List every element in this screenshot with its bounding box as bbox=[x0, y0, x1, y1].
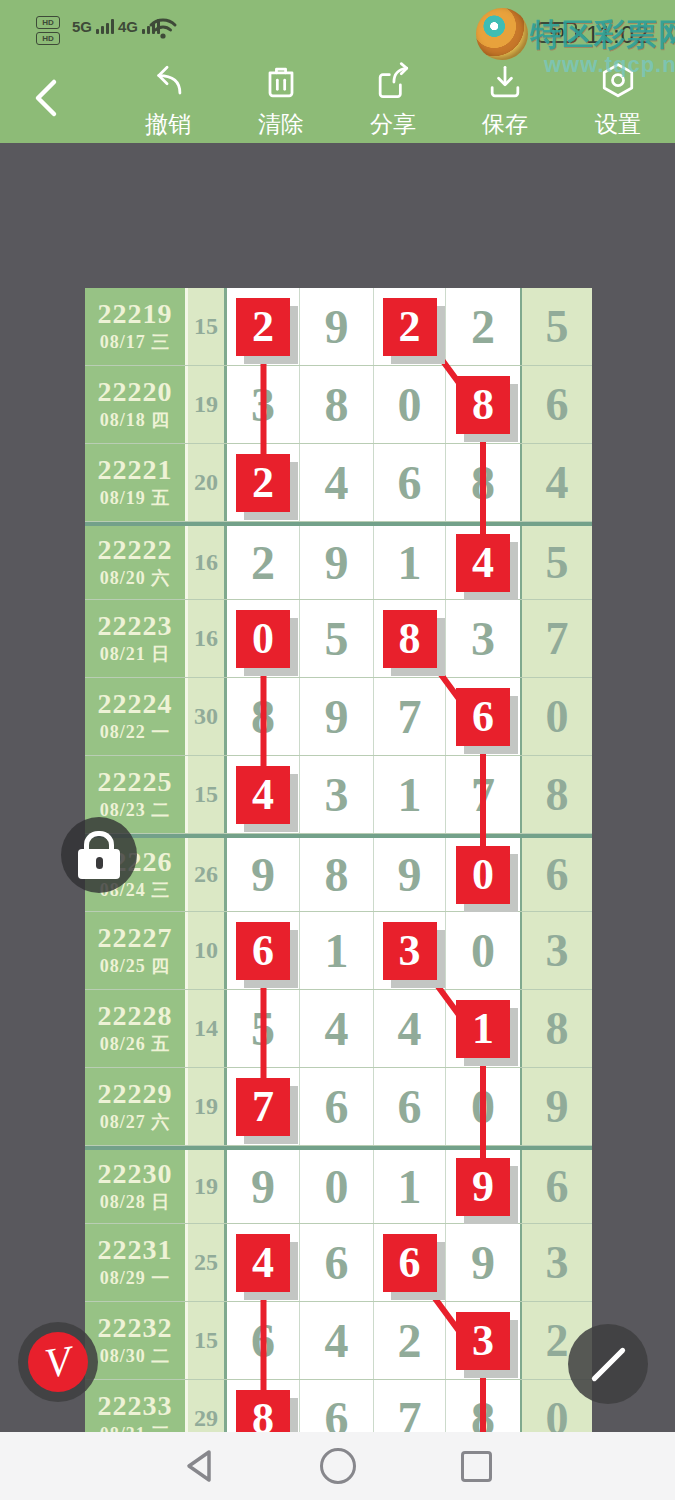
issue-date: 08/26 五 bbox=[100, 1032, 171, 1056]
digit-cell[interactable]: 0 bbox=[300, 1150, 374, 1223]
signal-bars-icon bbox=[96, 18, 114, 34]
toolbar-label: 设置 bbox=[595, 109, 641, 140]
issue-cell: 2222808/26 五 bbox=[85, 990, 188, 1067]
nav-back-icon[interactable] bbox=[183, 1448, 215, 1484]
nav-home-icon[interactable] bbox=[320, 1448, 356, 1484]
toolbar-label: 清除 bbox=[258, 109, 304, 140]
count-cell: 19 bbox=[188, 366, 227, 443]
digit-cell[interactable]: 4 bbox=[300, 1302, 374, 1379]
nav-recents-icon[interactable] bbox=[461, 1451, 492, 1482]
digit-cell[interactable]: 0 bbox=[227, 600, 300, 677]
android-navbar bbox=[0, 1432, 675, 1500]
issue-number: 22231 bbox=[98, 1235, 173, 1266]
toolbar: 撤销 清除 分享 保存 bbox=[0, 58, 675, 143]
issue-number: 22228 bbox=[98, 1001, 173, 1032]
digit-cell[interactable]: 1 bbox=[446, 990, 522, 1067]
digit-cell[interactable]: 6 bbox=[227, 1302, 300, 1379]
toolbar-label: 撤销 bbox=[145, 109, 191, 140]
digit-cell[interactable]: 8 bbox=[446, 444, 522, 521]
digit-cell[interactable]: 5 bbox=[227, 990, 300, 1067]
digit-cell[interactable]: 8 bbox=[446, 366, 522, 443]
issue-number: 22225 bbox=[98, 767, 173, 798]
count-cell: 19 bbox=[188, 1150, 227, 1223]
hit-box[interactable]: 6 bbox=[236, 922, 290, 980]
settings-button[interactable]: 设置 bbox=[573, 60, 663, 140]
chart-row: 2223008/28 日1990196 bbox=[85, 1146, 592, 1224]
hd-badges: HD HD bbox=[36, 16, 60, 45]
digit-cell[interactable]: 9 bbox=[300, 526, 374, 599]
hit-box[interactable]: 4 bbox=[236, 766, 290, 824]
back-button[interactable] bbox=[26, 76, 66, 120]
issue-number: 22221 bbox=[98, 455, 173, 486]
digit-cell[interactable]: 4 bbox=[227, 756, 300, 833]
issue-date: 08/21 日 bbox=[100, 642, 171, 666]
digit-cell[interactable]: 7 bbox=[446, 756, 522, 833]
digit-cell[interactable]: 2 bbox=[446, 288, 522, 365]
last-digit-cell: 3 bbox=[522, 1224, 592, 1301]
digit-cell[interactable]: 3 bbox=[227, 366, 300, 443]
issue-number: 22230 bbox=[98, 1159, 173, 1190]
digit-cell[interactable]: 4 bbox=[227, 1224, 300, 1301]
count-cell: 14 bbox=[188, 990, 227, 1067]
digit-cell[interactable]: 6 bbox=[446, 678, 522, 755]
issue-number: 22220 bbox=[98, 377, 173, 408]
chart-row: 2223108/29 一2546693 bbox=[85, 1224, 592, 1302]
issue-date: 08/20 六 bbox=[100, 566, 171, 590]
undo-button[interactable]: 撤销 bbox=[123, 60, 213, 140]
issue-cell: 2222008/18 四 bbox=[85, 366, 188, 443]
share-icon bbox=[371, 60, 415, 104]
last-digit-cell: 4 bbox=[522, 444, 592, 521]
share-button[interactable]: 分享 bbox=[348, 60, 438, 140]
chart-row: 2222408/22 一3089760 bbox=[85, 678, 592, 756]
issue-number: 22222 bbox=[98, 535, 173, 566]
digit-cell[interactable]: 0 bbox=[446, 912, 522, 989]
digit-cell[interactable]: 1 bbox=[374, 1150, 446, 1223]
digit-cell[interactable]: 2 bbox=[374, 1302, 446, 1379]
hit-box[interactable]: 7 bbox=[236, 1078, 290, 1136]
last-digit-cell: 7 bbox=[522, 600, 592, 677]
clear-button[interactable]: 清除 bbox=[236, 60, 326, 140]
hit-box[interactable]: 9 bbox=[456, 1158, 510, 1216]
last-digit-cell: 3 bbox=[522, 912, 592, 989]
digit-cell[interactable]: 9 bbox=[446, 1224, 522, 1301]
signal-5g: 5G bbox=[72, 18, 114, 34]
digit-cell[interactable]: 3 bbox=[300, 756, 374, 833]
digit-cell[interactable]: 8 bbox=[374, 600, 446, 677]
chart-row: 2222708/25 四1061303 bbox=[85, 912, 592, 990]
issue-date: 08/22 一 bbox=[100, 720, 171, 744]
digit-cell[interactable]: 3 bbox=[446, 1302, 522, 1379]
settings-icon bbox=[596, 60, 640, 104]
battery-icon: 90 bbox=[537, 22, 577, 43]
last-digit-cell: 6 bbox=[522, 1150, 592, 1223]
digit-cell[interactable]: 0 bbox=[374, 366, 446, 443]
count-cell: 16 bbox=[188, 526, 227, 599]
count-cell: 15 bbox=[188, 1302, 227, 1379]
digit-cell[interactable]: 9 bbox=[446, 1150, 522, 1223]
digit-cell[interactable]: 4 bbox=[374, 990, 446, 1067]
digit-cell[interactable]: 9 bbox=[300, 678, 374, 755]
issue-date: 08/17 三 bbox=[100, 330, 171, 354]
issue-cell: 2222108/19 五 bbox=[85, 444, 188, 521]
hit-box[interactable]: 0 bbox=[236, 610, 290, 668]
chart-row: 2222308/21 日1605837 bbox=[85, 600, 592, 678]
digit-cell[interactable]: 4 bbox=[300, 444, 374, 521]
hit-box[interactable]: 2 bbox=[236, 454, 290, 512]
lock-button[interactable] bbox=[61, 817, 137, 893]
count-cell: 19 bbox=[188, 1068, 227, 1145]
issue-date: 08/27 六 bbox=[100, 1110, 171, 1134]
confirm-draw-button[interactable]: V bbox=[18, 1322, 98, 1402]
check-icon: V bbox=[28, 1332, 88, 1392]
trash-icon bbox=[259, 60, 303, 104]
chart-row: 2222808/26 五1454418 bbox=[85, 990, 592, 1068]
digit-cell[interactable]: 7 bbox=[374, 678, 446, 755]
digit-cell[interactable]: 2 bbox=[227, 526, 300, 599]
hit-box[interactable]: 2 bbox=[236, 298, 290, 356]
digit-cell[interactable]: 0 bbox=[446, 838, 522, 911]
hit-box[interactable]: 2 bbox=[383, 298, 437, 356]
digit-cell[interactable]: 0 bbox=[446, 1068, 522, 1145]
issue-cell: 2222708/25 四 bbox=[85, 912, 188, 989]
digit-cell[interactable]: 8 bbox=[300, 838, 374, 911]
status-bar: HD HD 5G 4G 90 11:02 bbox=[0, 10, 675, 58]
last-digit-cell: 8 bbox=[522, 990, 592, 1067]
digit-cell[interactable]: 5 bbox=[300, 600, 374, 677]
last-digit-cell: 5 bbox=[522, 526, 592, 599]
count-cell: 25 bbox=[188, 1224, 227, 1301]
wifi-icon bbox=[148, 16, 178, 40]
issue-number: 22227 bbox=[98, 923, 173, 954]
digit-cell[interactable]: 1 bbox=[300, 912, 374, 989]
issue-date: 08/30 二 bbox=[100, 1344, 171, 1368]
issue-number: 22233 bbox=[98, 1391, 173, 1422]
last-digit-cell: 9 bbox=[522, 1068, 592, 1145]
issue-cell: 2222908/27 六 bbox=[85, 1068, 188, 1145]
digit-cell[interactable]: 2 bbox=[227, 444, 300, 521]
count-cell: 26 bbox=[188, 838, 227, 911]
issue-cell: 2222408/22 一 bbox=[85, 678, 188, 755]
chart-row: 2222508/23 二1543178 bbox=[85, 756, 592, 834]
chart-row: 2222008/18 四1938086 bbox=[85, 366, 592, 444]
hit-box[interactable]: 8 bbox=[456, 376, 510, 434]
hd-icon: HD bbox=[36, 16, 60, 29]
hit-box[interactable]: 6 bbox=[383, 1234, 437, 1292]
issue-cell: 2223108/29 一 bbox=[85, 1224, 188, 1301]
issue-number: 22223 bbox=[98, 611, 173, 642]
chart-row: 2222208/20 六1629145 bbox=[85, 522, 592, 600]
hit-box[interactable]: 8 bbox=[383, 610, 437, 668]
issue-number: 22232 bbox=[98, 1313, 173, 1344]
hit-box[interactable]: 1 bbox=[456, 1000, 510, 1058]
digit-cell[interactable]: 3 bbox=[374, 912, 446, 989]
issue-number: 22219 bbox=[98, 299, 173, 330]
count-cell: 15 bbox=[188, 756, 227, 833]
issue-cell: 2223208/30 二 bbox=[85, 1302, 188, 1379]
digit-cell[interactable]: 3 bbox=[446, 600, 522, 677]
header: HD HD 5G 4G 90 11:02 bbox=[0, 0, 675, 143]
last-digit-cell: 8 bbox=[522, 756, 592, 833]
hit-box[interactable]: 4 bbox=[456, 534, 510, 592]
trend-table: 2221908/17 三15292252222008/18 四193808622… bbox=[85, 288, 592, 1500]
digit-cell[interactable]: 6 bbox=[374, 1068, 446, 1145]
digit-cell[interactable]: 8 bbox=[227, 678, 300, 755]
issue-cell: 2223008/28 日 bbox=[85, 1150, 188, 1223]
issue-number: 22224 bbox=[98, 689, 173, 720]
issue-date: 08/25 四 bbox=[100, 954, 171, 978]
issue-date: 08/18 四 bbox=[100, 408, 171, 432]
digit-cell[interactable]: 9 bbox=[227, 838, 300, 911]
count-cell: 15 bbox=[188, 288, 227, 365]
chart-row: 2221908/17 三1529225 bbox=[85, 288, 592, 366]
last-digit-cell: 6 bbox=[522, 366, 592, 443]
last-digit-cell: 0 bbox=[522, 678, 592, 755]
count-cell: 10 bbox=[188, 912, 227, 989]
hd-icon: HD bbox=[36, 32, 60, 45]
chart-stage: 2221908/17 三15292252222008/18 四193808622… bbox=[0, 143, 675, 1432]
digit-cell[interactable]: 4 bbox=[446, 526, 522, 599]
count-cell: 30 bbox=[188, 678, 227, 755]
draw-line-button[interactable] bbox=[568, 1324, 648, 1404]
digit-cell[interactable]: 6 bbox=[300, 1224, 374, 1301]
digit-cell[interactable]: 6 bbox=[300, 1068, 374, 1145]
digit-cell[interactable]: 4 bbox=[300, 990, 374, 1067]
app-screen: HD HD 5G 4G 90 11:02 bbox=[0, 0, 675, 1500]
issue-number: 22229 bbox=[98, 1079, 173, 1110]
hit-box[interactable]: 6 bbox=[456, 688, 510, 746]
chart-row: 2222608/24 三2698906 bbox=[85, 834, 592, 912]
issue-date: 08/28 日 bbox=[100, 1190, 171, 1214]
issue-cell: 2222308/21 日 bbox=[85, 600, 188, 677]
digit-cell[interactable]: 9 bbox=[374, 838, 446, 911]
digit-cell[interactable]: 2 bbox=[227, 288, 300, 365]
issue-date: 08/19 五 bbox=[100, 486, 171, 510]
digit-cell[interactable]: 9 bbox=[300, 288, 374, 365]
chart-row: 2222908/27 六1976609 bbox=[85, 1068, 592, 1146]
issue-cell: 2222208/20 六 bbox=[85, 526, 188, 599]
count-cell: 16 bbox=[188, 600, 227, 677]
hit-box[interactable]: 3 bbox=[456, 1312, 510, 1370]
toolbar-label: 保存 bbox=[482, 109, 528, 140]
status-time: 11:02 bbox=[586, 21, 649, 49]
chart-row: 2222108/19 五2024684 bbox=[85, 444, 592, 522]
digit-cell[interactable]: 6 bbox=[227, 912, 300, 989]
digit-cell[interactable]: 8 bbox=[300, 366, 374, 443]
digit-cell[interactable]: 6 bbox=[374, 1224, 446, 1301]
hit-box[interactable]: 0 bbox=[456, 846, 510, 904]
chart-row: 2223208/30 二1564232 bbox=[85, 1302, 592, 1380]
count-cell: 20 bbox=[188, 444, 227, 521]
digit-cell[interactable]: 2 bbox=[374, 288, 446, 365]
save-icon bbox=[483, 60, 527, 104]
digit-cell[interactable]: 1 bbox=[374, 756, 446, 833]
hit-box[interactable]: 4 bbox=[236, 1234, 290, 1292]
digit-cell[interactable]: 9 bbox=[227, 1150, 300, 1223]
digit-cell[interactable]: 7 bbox=[227, 1068, 300, 1145]
toolbar-label: 分享 bbox=[370, 109, 416, 140]
last-digit-cell: 5 bbox=[522, 288, 592, 365]
hit-box[interactable]: 3 bbox=[383, 922, 437, 980]
last-digit-cell: 6 bbox=[522, 838, 592, 911]
pen-icon bbox=[591, 1347, 626, 1382]
undo-icon bbox=[146, 60, 190, 104]
digit-cell[interactable]: 1 bbox=[374, 526, 446, 599]
issue-date: 08/29 一 bbox=[100, 1266, 171, 1290]
digit-cell[interactable]: 6 bbox=[374, 444, 446, 521]
save-button[interactable]: 保存 bbox=[460, 60, 550, 140]
issue-cell: 2221908/17 三 bbox=[85, 288, 188, 365]
